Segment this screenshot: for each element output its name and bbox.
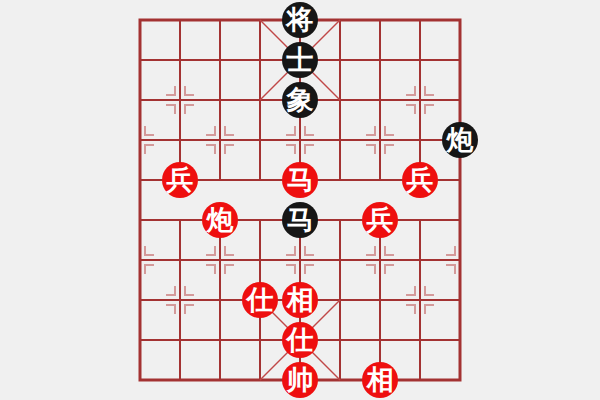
piece-glyph: 马 [287,162,314,198]
black-horse[interactable]: 马 [282,202,318,238]
red-elephant[interactable]: 相 [362,362,398,398]
piece-glyph: 兵 [407,162,434,198]
red-king[interactable]: 帅 [282,362,318,398]
piece-glyph: 帅 [287,362,314,398]
piece-glyph: 炮 [447,122,474,158]
piece-glyph: 仕 [287,322,314,358]
xiangqi-board-screenshot: 将士象炮兵马兵炮马兵仕相仕帅相 [0,0,600,400]
black-cannon[interactable]: 炮 [442,122,478,158]
piece-glyph: 相 [287,282,314,318]
black-general[interactable]: 将 [282,2,318,38]
piece-glyph: 仕 [247,282,274,318]
red-soldier[interactable]: 兵 [162,162,198,198]
black-advisor[interactable]: 士 [282,42,318,78]
piece-glyph: 士 [287,42,314,78]
board-points-grid[interactable]: 将士象炮兵马兵炮马兵仕相仕帅相 [120,0,480,400]
piece-glyph: 兵 [167,162,194,198]
piece-glyph: 炮 [207,202,234,238]
piece-glyph: 将 [287,2,314,38]
piece-glyph: 相 [367,362,394,398]
red-soldier[interactable]: 兵 [402,162,438,198]
red-horse[interactable]: 马 [282,162,318,198]
red-advisor[interactable]: 仕 [242,282,278,318]
piece-glyph: 兵 [367,202,394,238]
piece-glyph: 象 [287,82,314,118]
red-cannon[interactable]: 炮 [202,202,238,238]
black-elephant[interactable]: 象 [282,82,318,118]
red-soldier[interactable]: 兵 [362,202,398,238]
piece-glyph: 马 [287,202,314,238]
red-advisor[interactable]: 仕 [282,322,318,358]
red-elephant[interactable]: 相 [282,282,318,318]
